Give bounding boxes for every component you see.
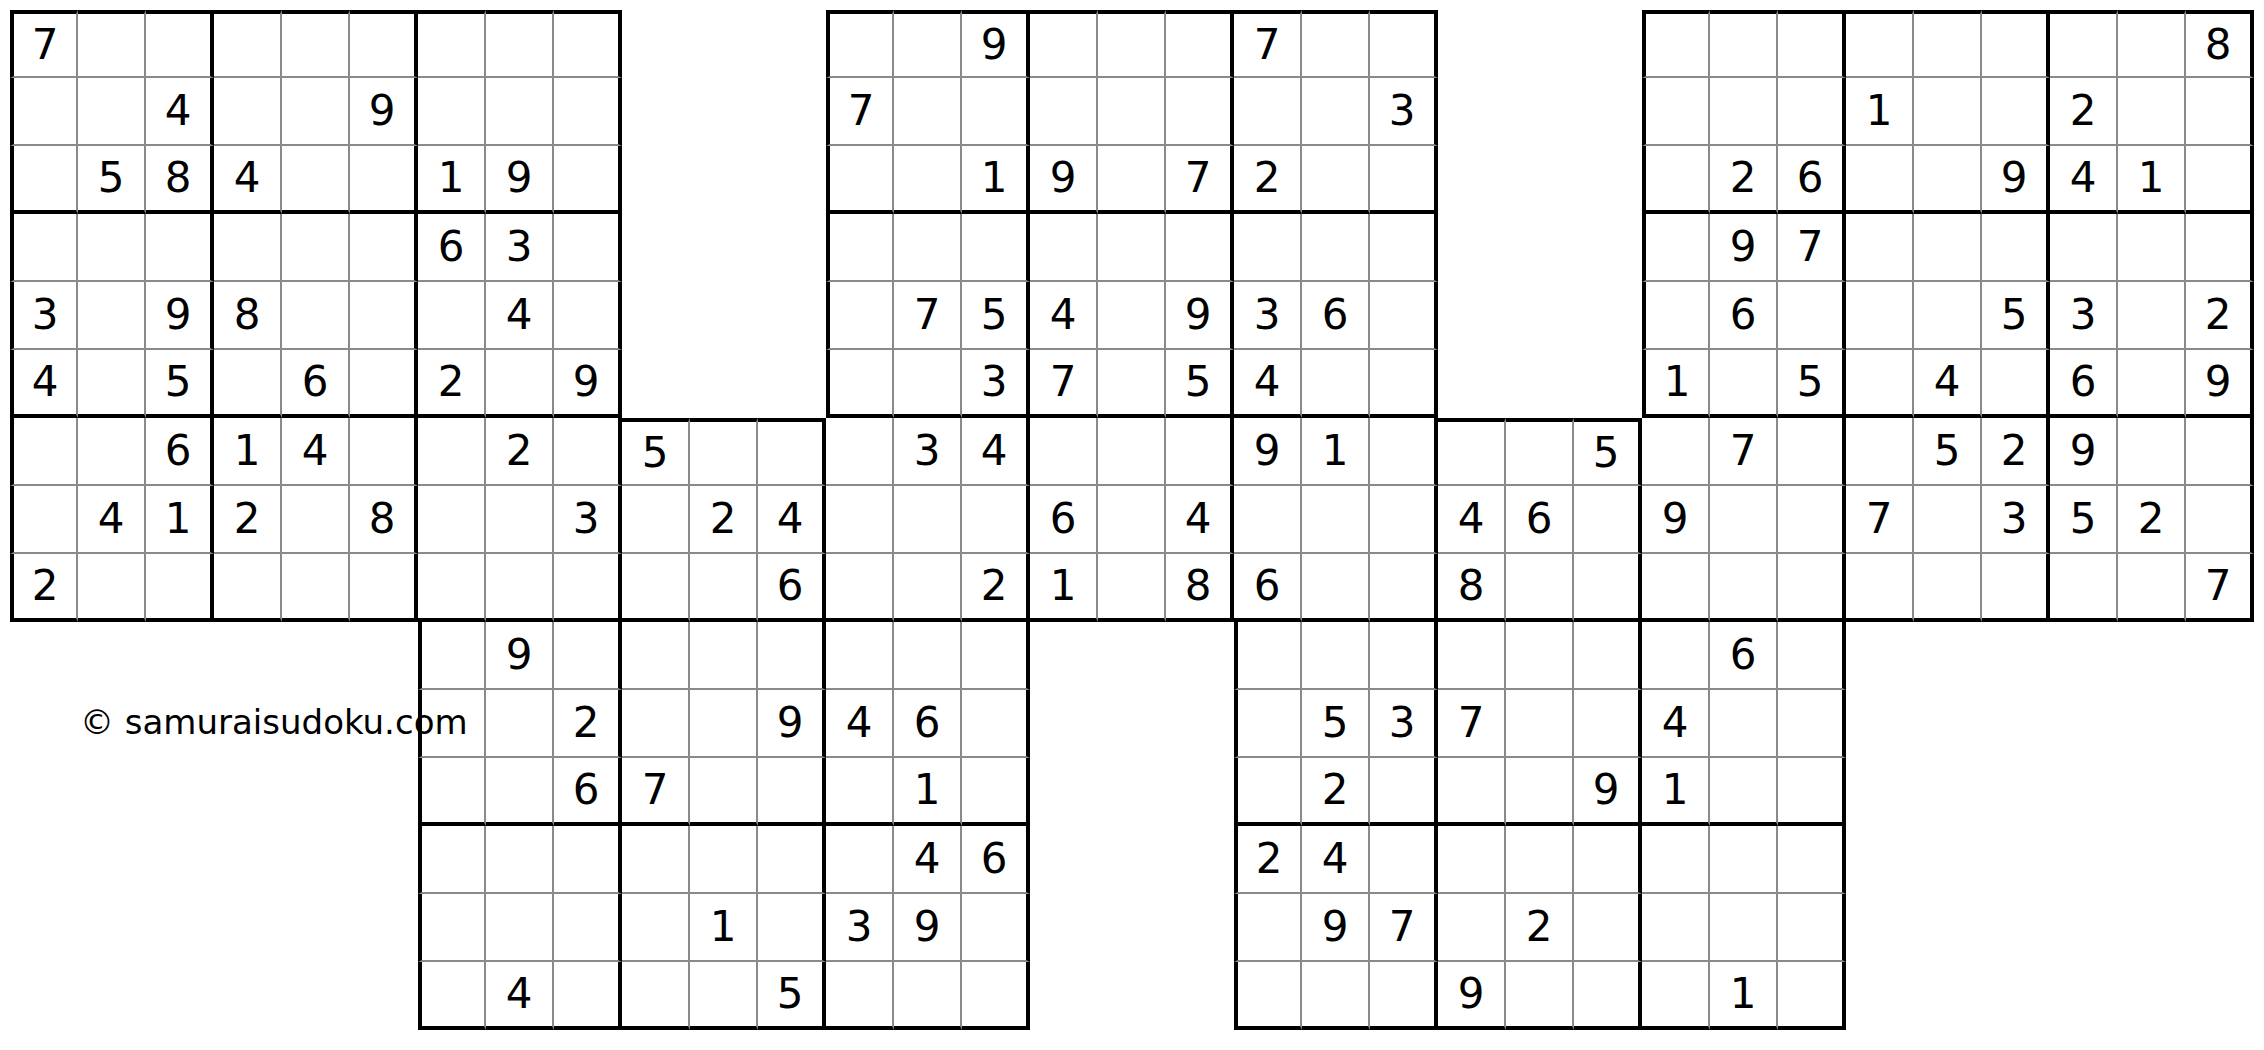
cell-top-middle-r1c7[interactable] (1302, 78, 1370, 146)
cell-bottom-left-r7c8[interactable] (962, 894, 1030, 962)
cell-bottom-right-r7c6[interactable] (1642, 894, 1710, 962)
given-digit-bottom-left-r7c7[interactable]: 9 (894, 894, 962, 962)
cell-top-middle-r7c7[interactable] (1302, 486, 1370, 554)
given-digit-top-left-r6c2[interactable]: 6 (146, 418, 214, 486)
given-digit-top-middle-r8c3[interactable]: 1 (1030, 554, 1098, 622)
cell-top-left-r7c6[interactable] (418, 486, 486, 554)
cell-top-right-r3c7[interactable] (2118, 214, 2186, 282)
cell-top-left-r8c5[interactable] (350, 554, 418, 622)
given-digit-bottom-left-r8c1[interactable]: 4 (486, 962, 554, 1030)
given-digit-top-middle-r7c3[interactable]: 6 (1030, 486, 1098, 554)
given-digit-top-right-r7c3[interactable]: 7 (1846, 486, 1914, 554)
cell-bottom-right-r3c6[interactable] (1642, 622, 1710, 690)
given-digit-top-right-r4c8[interactable]: 2 (2186, 282, 2254, 350)
cell-bottom-left-r8c0[interactable] (418, 962, 486, 1030)
given-digit-top-left-r7c3[interactable]: 2 (214, 486, 282, 554)
given-digit-top-left-r6c3[interactable]: 1 (214, 418, 282, 486)
cell-top-left-r3c5[interactable] (350, 214, 418, 282)
cell-top-left-r1c6[interactable] (418, 78, 486, 146)
given-digit-top-middle-r1c8[interactable]: 3 (1370, 78, 1438, 146)
cell-top-middle-r1c2[interactable] (962, 78, 1030, 146)
given-digit-bottom-right-r0c5[interactable]: 5 (1574, 418, 1642, 486)
given-digit-top-right-r5c2[interactable]: 5 (1778, 350, 1846, 418)
given-digit-top-middle-r0c6[interactable]: 7 (1234, 10, 1302, 78)
cell-top-right-r1c2[interactable] (1778, 78, 1846, 146)
given-digit-top-right-r7c6[interactable]: 5 (2050, 486, 2118, 554)
cell-top-middle-r7c4[interactable] (1098, 486, 1166, 554)
cell-bottom-left-r3c7[interactable] (894, 622, 962, 690)
cell-bottom-left-r3c6[interactable] (826, 622, 894, 690)
cell-bottom-right-r7c3[interactable] (1438, 894, 1506, 962)
cell-bottom-left-r3c3[interactable] (622, 622, 690, 690)
given-digit-bottom-left-r4c2[interactable]: 2 (554, 690, 622, 758)
cell-bottom-right-r8c0[interactable] (1234, 962, 1302, 1030)
cell-top-middle-r6c4[interactable] (1098, 418, 1166, 486)
cell-top-left-r5c1[interactable] (78, 350, 146, 418)
cell-top-right-r1c0[interactable] (1642, 78, 1710, 146)
given-digit-top-left-r7c2[interactable]: 1 (146, 486, 214, 554)
cell-top-middle-r5c1[interactable] (894, 350, 962, 418)
given-digit-bottom-right-r7c2[interactable]: 7 (1370, 894, 1438, 962)
cell-top-middle-r6c5[interactable] (1166, 418, 1234, 486)
cell-bottom-right-r2c5[interactable] (1574, 554, 1642, 622)
given-digit-top-left-r3c6[interactable]: 6 (418, 214, 486, 282)
given-digit-top-left-r2c6[interactable]: 1 (418, 146, 486, 214)
cell-top-right-r6c8[interactable] (2186, 418, 2254, 486)
cell-bottom-left-r4c8[interactable] (962, 690, 1030, 758)
cell-bottom-left-r7c2[interactable] (554, 894, 622, 962)
cell-bottom-left-r7c0[interactable] (418, 894, 486, 962)
given-digit-top-right-r3c1[interactable]: 9 (1710, 214, 1778, 282)
cell-top-left-r3c1[interactable] (78, 214, 146, 282)
given-digit-top-left-r7c8[interactable]: 3 (554, 486, 622, 554)
cell-bottom-right-r3c4[interactable] (1506, 622, 1574, 690)
cell-bottom-left-r6c3[interactable] (622, 826, 690, 894)
cell-bottom-right-r5c2[interactable] (1370, 758, 1438, 826)
cell-bottom-right-r7c7[interactable] (1710, 894, 1778, 962)
cell-top-left-r8c1[interactable] (78, 554, 146, 622)
given-digit-bottom-left-r5c2[interactable]: 6 (554, 758, 622, 826)
cell-top-right-r3c8[interactable] (2186, 214, 2254, 282)
cell-top-right-r3c6[interactable] (2050, 214, 2118, 282)
cell-top-middle-r0c4[interactable] (1098, 10, 1166, 78)
cell-top-left-r2c5[interactable] (350, 146, 418, 214)
cell-bottom-right-r5c4[interactable] (1506, 758, 1574, 826)
cell-top-left-r0c5[interactable] (350, 10, 418, 78)
cell-top-left-r3c8[interactable] (554, 214, 622, 282)
given-digit-bottom-right-r5c5[interactable]: 9 (1574, 758, 1642, 826)
given-digit-top-right-r6c6[interactable]: 9 (2050, 418, 2118, 486)
given-digit-top-right-r2c1[interactable]: 2 (1710, 146, 1778, 214)
cell-bottom-left-r3c4[interactable] (690, 622, 758, 690)
given-digit-bottom-right-r5c1[interactable]: 2 (1302, 758, 1370, 826)
cell-top-right-r8c2[interactable] (1778, 554, 1846, 622)
given-digit-bottom-right-r6c0[interactable]: 2 (1234, 826, 1302, 894)
cell-top-left-r7c7[interactable] (486, 486, 554, 554)
cell-bottom-left-r3c5[interactable] (758, 622, 826, 690)
given-digit-bottom-right-r2c3[interactable]: 8 (1438, 554, 1506, 622)
cell-top-middle-r5c8[interactable] (1370, 350, 1438, 418)
cell-top-right-r8c3[interactable] (1846, 554, 1914, 622)
cell-bottom-right-r6c3[interactable] (1438, 826, 1506, 894)
cell-top-middle-r1c4[interactable] (1098, 78, 1166, 146)
cell-top-right-r8c4[interactable] (1914, 554, 1982, 622)
cell-top-middle-r8c7[interactable] (1302, 554, 1370, 622)
given-digit-bottom-left-r5c3[interactable]: 7 (622, 758, 690, 826)
cell-top-left-r0c8[interactable] (554, 10, 622, 78)
given-digit-top-middle-r1c0[interactable]: 7 (826, 78, 894, 146)
cell-bottom-left-r1c3[interactable] (622, 486, 690, 554)
given-digit-bottom-left-r4c5[interactable]: 9 (758, 690, 826, 758)
given-digit-top-middle-r0c2[interactable]: 9 (962, 10, 1030, 78)
cell-top-left-r8c7[interactable] (486, 554, 554, 622)
cell-top-right-r8c0[interactable] (1642, 554, 1710, 622)
cell-top-left-r2c0[interactable] (10, 146, 78, 214)
given-digit-top-left-r3c7[interactable]: 3 (486, 214, 554, 282)
cell-bottom-right-r3c8[interactable] (1778, 622, 1846, 690)
cell-top-right-r5c5[interactable] (1982, 350, 2050, 418)
given-digit-top-left-r7c5[interactable]: 8 (350, 486, 418, 554)
cell-bottom-right-r8c8[interactable] (1778, 962, 1846, 1030)
cell-top-right-r1c7[interactable] (2118, 78, 2186, 146)
cell-bottom-right-r0c4[interactable] (1506, 418, 1574, 486)
given-digit-top-right-r5c0[interactable]: 1 (1642, 350, 1710, 418)
cell-top-left-r0c6[interactable] (418, 10, 486, 78)
given-digit-top-left-r1c5[interactable]: 9 (350, 78, 418, 146)
cell-top-middle-r0c8[interactable] (1370, 10, 1438, 78)
cell-top-right-r2c4[interactable] (1914, 146, 1982, 214)
given-digit-bottom-left-r6c7[interactable]: 4 (894, 826, 962, 894)
cell-top-left-r0c2[interactable] (146, 10, 214, 78)
given-digit-top-middle-r8c2[interactable]: 2 (962, 554, 1030, 622)
given-digit-bottom-right-r6c1[interactable]: 4 (1302, 826, 1370, 894)
cell-top-middle-r7c0[interactable] (826, 486, 894, 554)
cell-top-right-r7c1[interactable] (1710, 486, 1778, 554)
cell-bottom-left-r0c4[interactable] (690, 418, 758, 486)
given-digit-top-middle-r4c3[interactable]: 4 (1030, 282, 1098, 350)
given-digit-bottom-left-r2c5[interactable]: 6 (758, 554, 826, 622)
cell-top-middle-r1c3[interactable] (1030, 78, 1098, 146)
cell-bottom-right-r4c0[interactable] (1234, 690, 1302, 758)
cell-bottom-left-r0c5[interactable] (758, 418, 826, 486)
given-digit-bottom-left-r7c6[interactable]: 3 (826, 894, 894, 962)
cell-top-middle-r4c0[interactable] (826, 282, 894, 350)
cell-bottom-right-r6c7[interactable] (1710, 826, 1778, 894)
cell-top-middle-r5c0[interactable] (826, 350, 894, 418)
cell-top-right-r3c0[interactable] (1642, 214, 1710, 282)
given-digit-bottom-left-r4c7[interactable]: 6 (894, 690, 962, 758)
given-digit-top-left-r2c3[interactable]: 4 (214, 146, 282, 214)
given-digit-top-right-r1c6[interactable]: 2 (2050, 78, 2118, 146)
cell-top-middle-r8c8[interactable] (1370, 554, 1438, 622)
cell-bottom-right-r5c8[interactable] (1778, 758, 1846, 826)
cell-bottom-right-r3c0[interactable] (1234, 622, 1302, 690)
cell-bottom-left-r8c4[interactable] (690, 962, 758, 1030)
cell-top-middle-r4c8[interactable] (1370, 282, 1438, 350)
cell-top-right-r2c0[interactable] (1642, 146, 1710, 214)
given-digit-top-right-r4c6[interactable]: 3 (2050, 282, 2118, 350)
given-digit-top-right-r2c6[interactable]: 4 (2050, 146, 2118, 214)
given-digit-bottom-left-r0c3[interactable]: 5 (622, 418, 690, 486)
cell-bottom-left-r5c1[interactable] (486, 758, 554, 826)
cell-top-middle-r0c7[interactable] (1302, 10, 1370, 78)
cell-top-right-r5c1[interactable] (1710, 350, 1778, 418)
cell-top-left-r3c3[interactable] (214, 214, 282, 282)
given-digit-bottom-right-r5c6[interactable]: 1 (1642, 758, 1710, 826)
cell-top-middle-r1c1[interactable] (894, 78, 962, 146)
cell-bottom-left-r2c3[interactable] (622, 554, 690, 622)
given-digit-top-right-r0c8[interactable]: 8 (2186, 10, 2254, 78)
given-digit-bottom-right-r4c3[interactable]: 7 (1438, 690, 1506, 758)
cell-bottom-left-r3c2[interactable] (554, 622, 622, 690)
given-digit-top-right-r8c8[interactable]: 7 (2186, 554, 2254, 622)
given-digit-top-right-r2c5[interactable]: 9 (1982, 146, 2050, 214)
cell-bottom-right-r8c6[interactable] (1642, 962, 1710, 1030)
given-digit-top-middle-r2c5[interactable]: 7 (1166, 146, 1234, 214)
cell-top-middle-r0c3[interactable] (1030, 10, 1098, 78)
given-digit-top-right-r4c5[interactable]: 5 (1982, 282, 2050, 350)
given-digit-bottom-left-r4c6[interactable]: 4 (826, 690, 894, 758)
given-digit-bottom-right-r1c4[interactable]: 6 (1506, 486, 1574, 554)
given-digit-top-middle-r2c6[interactable]: 2 (1234, 146, 1302, 214)
cell-top-right-r0c5[interactable] (1982, 10, 2050, 78)
cell-bottom-right-r6c6[interactable] (1642, 826, 1710, 894)
cell-top-middle-r5c7[interactable] (1302, 350, 1370, 418)
cell-top-left-r7c4[interactable] (282, 486, 350, 554)
cell-top-middle-r3c3[interactable] (1030, 214, 1098, 282)
given-digit-top-left-r4c3[interactable]: 8 (214, 282, 282, 350)
given-digit-top-middle-r4c7[interactable]: 6 (1302, 282, 1370, 350)
cell-top-middle-r3c5[interactable] (1166, 214, 1234, 282)
cell-top-middle-r1c5[interactable] (1166, 78, 1234, 146)
cell-bottom-right-r5c3[interactable] (1438, 758, 1506, 826)
cell-bottom-left-r6c5[interactable] (758, 826, 826, 894)
given-digit-top-middle-r6c1[interactable]: 3 (894, 418, 962, 486)
given-digit-top-left-r4c7[interactable]: 4 (486, 282, 554, 350)
cell-bottom-right-r7c0[interactable] (1234, 894, 1302, 962)
cell-bottom-right-r4c4[interactable] (1506, 690, 1574, 758)
cell-top-left-r4c1[interactable] (78, 282, 146, 350)
cell-top-right-r1c1[interactable] (1710, 78, 1778, 146)
cell-bottom-left-r8c6[interactable] (826, 962, 894, 1030)
given-digit-bottom-left-r6c8[interactable]: 6 (962, 826, 1030, 894)
given-digit-bottom-right-r4c1[interactable]: 5 (1302, 690, 1370, 758)
given-digit-bottom-right-r7c1[interactable]: 9 (1302, 894, 1370, 962)
cell-top-left-r1c3[interactable] (214, 78, 282, 146)
cell-bottom-right-r3c3[interactable] (1438, 622, 1506, 690)
given-digit-bottom-left-r5c7[interactable]: 1 (894, 758, 962, 826)
cell-top-middle-r8c1[interactable] (894, 554, 962, 622)
cell-bottom-left-r5c0[interactable] (418, 758, 486, 826)
cell-top-right-r1c8[interactable] (2186, 78, 2254, 146)
cell-top-middle-r7c6[interactable] (1234, 486, 1302, 554)
cell-top-right-r1c4[interactable] (1914, 78, 1982, 146)
cell-bottom-right-r8c1[interactable] (1302, 962, 1370, 1030)
cell-top-right-r0c2[interactable] (1778, 10, 1846, 78)
cell-top-right-r8c5[interactable] (1982, 554, 2050, 622)
given-digit-top-left-r0c0[interactable]: 7 (10, 10, 78, 78)
cell-top-right-r8c1[interactable] (1710, 554, 1778, 622)
cell-top-left-r0c7[interactable] (486, 10, 554, 78)
cell-top-left-r5c7[interactable] (486, 350, 554, 418)
cell-top-right-r0c4[interactable] (1914, 10, 1982, 78)
cell-top-right-r6c3[interactable] (1846, 418, 1914, 486)
cell-bottom-left-r5c6[interactable] (826, 758, 894, 826)
given-digit-bottom-left-r8c5[interactable]: 5 (758, 962, 826, 1030)
cell-bottom-left-r5c4[interactable] (690, 758, 758, 826)
cell-bottom-right-r0c3[interactable] (1438, 418, 1506, 486)
cell-bottom-left-r8c8[interactable] (962, 962, 1030, 1030)
cell-top-middle-r2c4[interactable] (1098, 146, 1166, 214)
cell-bottom-right-r7c8[interactable] (1778, 894, 1846, 962)
cell-bottom-left-r7c3[interactable] (622, 894, 690, 962)
cell-top-left-r6c0[interactable] (10, 418, 78, 486)
cell-top-left-r1c8[interactable] (554, 78, 622, 146)
given-digit-top-middle-r8c6[interactable]: 6 (1234, 554, 1302, 622)
cell-top-right-r0c1[interactable] (1710, 10, 1778, 78)
cell-top-left-r1c7[interactable] (486, 78, 554, 146)
cell-top-right-r0c6[interactable] (2050, 10, 2118, 78)
cell-top-left-r7c0[interactable] (10, 486, 78, 554)
given-digit-top-middle-r5c5[interactable]: 5 (1166, 350, 1234, 418)
given-digit-bottom-right-r8c7[interactable]: 1 (1710, 962, 1778, 1030)
cell-top-middle-r7c8[interactable] (1370, 486, 1438, 554)
given-digit-top-left-r1c2[interactable]: 4 (146, 78, 214, 146)
given-digit-top-right-r5c8[interactable]: 9 (2186, 350, 2254, 418)
cell-top-left-r8c6[interactable] (418, 554, 486, 622)
given-digit-top-left-r8c0[interactable]: 2 (10, 554, 78, 622)
cell-top-middle-r6c0[interactable] (826, 418, 894, 486)
given-digit-top-right-r6c5[interactable]: 2 (1982, 418, 2050, 486)
given-digit-top-left-r5c4[interactable]: 6 (282, 350, 350, 418)
cell-top-left-r8c8[interactable] (554, 554, 622, 622)
cell-top-left-r6c8[interactable] (554, 418, 622, 486)
given-digit-top-left-r2c1[interactable]: 5 (78, 146, 146, 214)
cell-top-left-r8c4[interactable] (282, 554, 350, 622)
cell-top-left-r8c3[interactable] (214, 554, 282, 622)
given-digit-bottom-right-r7c4[interactable]: 2 (1506, 894, 1574, 962)
given-digit-top-right-r4c1[interactable]: 6 (1710, 282, 1778, 350)
cell-bottom-right-r5c7[interactable] (1710, 758, 1778, 826)
given-digit-top-middle-r2c3[interactable]: 9 (1030, 146, 1098, 214)
cell-top-left-r0c3[interactable] (214, 10, 282, 78)
cell-top-left-r5c3[interactable] (214, 350, 282, 418)
given-digit-top-middle-r8c5[interactable]: 8 (1166, 554, 1234, 622)
cell-top-right-r4c7[interactable] (2118, 282, 2186, 350)
cell-top-right-r0c7[interactable] (2118, 10, 2186, 78)
cell-top-left-r8c2[interactable] (146, 554, 214, 622)
cell-top-left-r4c5[interactable] (350, 282, 418, 350)
cell-top-middle-r6c8[interactable] (1370, 418, 1438, 486)
cell-top-middle-r3c4[interactable] (1098, 214, 1166, 282)
cell-top-middle-r7c2[interactable] (962, 486, 1030, 554)
cell-top-left-r1c1[interactable] (78, 78, 146, 146)
cell-bottom-right-r7c5[interactable] (1574, 894, 1642, 962)
given-digit-top-right-r1c3[interactable]: 1 (1846, 78, 1914, 146)
cell-top-right-r1c5[interactable] (1982, 78, 2050, 146)
given-digit-top-left-r6c7[interactable]: 2 (486, 418, 554, 486)
given-digit-bottom-right-r4c6[interactable]: 4 (1642, 690, 1710, 758)
cell-bottom-right-r2c4[interactable] (1506, 554, 1574, 622)
given-digit-top-right-r7c0[interactable]: 9 (1642, 486, 1710, 554)
cell-bottom-left-r6c0[interactable] (418, 826, 486, 894)
given-digit-top-middle-r5c3[interactable]: 7 (1030, 350, 1098, 418)
given-digit-top-middle-r6c7[interactable]: 1 (1302, 418, 1370, 486)
cell-top-left-r2c4[interactable] (282, 146, 350, 214)
given-digit-bottom-left-r1c5[interactable]: 4 (758, 486, 826, 554)
cell-top-middle-r3c6[interactable] (1234, 214, 1302, 282)
given-digit-top-middle-r6c2[interactable]: 4 (962, 418, 1030, 486)
cell-top-middle-r1c6[interactable] (1234, 78, 1302, 146)
cell-top-left-r0c1[interactable] (78, 10, 146, 78)
given-digit-bottom-right-r3c7[interactable]: 6 (1710, 622, 1778, 690)
cell-bottom-right-r4c8[interactable] (1778, 690, 1846, 758)
cell-top-left-r3c4[interactable] (282, 214, 350, 282)
cell-top-middle-r2c8[interactable] (1370, 146, 1438, 214)
given-digit-top-left-r5c6[interactable]: 2 (418, 350, 486, 418)
given-digit-top-right-r6c1[interactable]: 7 (1710, 418, 1778, 486)
cell-bottom-right-r1c5[interactable] (1574, 486, 1642, 554)
cell-top-right-r5c7[interactable] (2118, 350, 2186, 418)
given-digit-bottom-left-r3c1[interactable]: 9 (486, 622, 554, 690)
cell-top-right-r7c8[interactable] (2186, 486, 2254, 554)
cell-bottom-left-r3c0[interactable] (418, 622, 486, 690)
cell-bottom-left-r7c5[interactable] (758, 894, 826, 962)
given-digit-top-middle-r4c6[interactable]: 3 (1234, 282, 1302, 350)
cell-bottom-left-r4c4[interactable] (690, 690, 758, 758)
given-digit-top-middle-r7c5[interactable]: 4 (1166, 486, 1234, 554)
cell-bottom-right-r6c2[interactable] (1370, 826, 1438, 894)
cell-top-right-r4c0[interactable] (1642, 282, 1710, 350)
cell-bottom-left-r6c2[interactable] (554, 826, 622, 894)
cell-top-middle-r0c1[interactable] (894, 10, 962, 78)
given-digit-top-right-r7c5[interactable]: 3 (1982, 486, 2050, 554)
given-digit-top-left-r4c0[interactable]: 3 (10, 282, 78, 350)
cell-top-middle-r3c0[interactable] (826, 214, 894, 282)
cell-top-left-r6c1[interactable] (78, 418, 146, 486)
given-digit-bottom-right-r4c2[interactable]: 3 (1370, 690, 1438, 758)
cell-bottom-left-r6c4[interactable] (690, 826, 758, 894)
cell-bottom-left-r4c3[interactable] (622, 690, 690, 758)
given-digit-bottom-right-r8c3[interactable]: 9 (1438, 962, 1506, 1030)
cell-bottom-right-r8c5[interactable] (1574, 962, 1642, 1030)
cell-top-middle-r8c4[interactable] (1098, 554, 1166, 622)
cell-top-left-r2c8[interactable] (554, 146, 622, 214)
cell-top-middle-r0c0[interactable] (826, 10, 894, 78)
given-digit-top-right-r3c2[interactable]: 7 (1778, 214, 1846, 282)
cell-top-middle-r3c8[interactable] (1370, 214, 1438, 282)
cell-bottom-right-r6c4[interactable] (1506, 826, 1574, 894)
cell-bottom-right-r6c5[interactable] (1574, 826, 1642, 894)
given-digit-top-right-r6c4[interactable]: 5 (1914, 418, 1982, 486)
given-digit-top-right-r2c2[interactable]: 6 (1778, 146, 1846, 214)
given-digit-top-right-r7c7[interactable]: 2 (2118, 486, 2186, 554)
cell-top-middle-r3c7[interactable] (1302, 214, 1370, 282)
given-digit-top-middle-r2c2[interactable]: 1 (962, 146, 1030, 214)
cell-top-right-r0c3[interactable] (1846, 10, 1914, 78)
cell-bottom-right-r5c0[interactable] (1234, 758, 1302, 826)
cell-top-left-r6c5[interactable] (350, 418, 418, 486)
cell-bottom-left-r6c6[interactable] (826, 826, 894, 894)
cell-bottom-left-r3c8[interactable] (962, 622, 1030, 690)
cell-bottom-left-r8c3[interactable] (622, 962, 690, 1030)
cell-top-left-r4c6[interactable] (418, 282, 486, 350)
cell-top-left-r1c0[interactable] (10, 78, 78, 146)
given-digit-top-left-r4c2[interactable]: 9 (146, 282, 214, 350)
cell-top-left-r6c6[interactable] (418, 418, 486, 486)
cell-top-left-r1c4[interactable] (282, 78, 350, 146)
cell-top-right-r6c7[interactable] (2118, 418, 2186, 486)
